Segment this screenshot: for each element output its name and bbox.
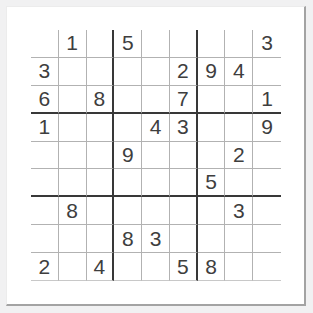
cell-r9c7[interactable]: 8 [198, 253, 226, 281]
cell-r4c4[interactable] [114, 114, 142, 142]
cell-r9c6[interactable]: 5 [170, 253, 198, 281]
cell-r3c6[interactable]: 7 [170, 86, 198, 114]
cell-r5c3[interactable] [87, 142, 115, 170]
cell-r3c9[interactable]: 1 [253, 86, 281, 114]
cell-r9c1[interactable]: 2 [31, 253, 59, 281]
cell-r3c7[interactable] [198, 86, 226, 114]
cell-r2c4[interactable] [114, 58, 142, 86]
cell-r2c2[interactable] [59, 58, 87, 86]
cell-r6c8[interactable] [225, 169, 253, 197]
cell-r7c8[interactable]: 3 [225, 197, 253, 225]
cell-r6c1[interactable] [31, 169, 59, 197]
cell-r7c7[interactable] [198, 197, 226, 225]
cell-r4c3[interactable] [87, 114, 115, 142]
cell-r2c3[interactable] [87, 58, 115, 86]
cell-r1c5[interactable] [142, 30, 170, 58]
cell-r4c7[interactable] [198, 114, 226, 142]
cell-r2c8[interactable]: 4 [225, 58, 253, 86]
cell-r7c1[interactable] [31, 197, 59, 225]
cell-r5c1[interactable] [31, 142, 59, 170]
cell-r5c7[interactable] [198, 142, 226, 170]
cell-r6c6[interactable] [170, 169, 198, 197]
cell-r1c9[interactable]: 3 [253, 30, 281, 58]
cell-r3c5[interactable] [142, 86, 170, 114]
cell-r1c2[interactable]: 1 [59, 30, 87, 58]
cell-r7c9[interactable] [253, 197, 281, 225]
cell-r3c8[interactable] [225, 86, 253, 114]
cell-r1c1[interactable] [31, 30, 59, 58]
cell-r9c3[interactable]: 4 [87, 253, 115, 281]
cell-r8c4[interactable]: 8 [114, 225, 142, 253]
cell-r5c9[interactable] [253, 142, 281, 170]
cell-r3c4[interactable] [114, 86, 142, 114]
cell-r1c6[interactable] [170, 30, 198, 58]
cell-r3c3[interactable]: 8 [87, 86, 115, 114]
cell-r9c4[interactable] [114, 253, 142, 281]
cell-r5c2[interactable] [59, 142, 87, 170]
cell-r8c2[interactable] [59, 225, 87, 253]
cell-r5c5[interactable] [142, 142, 170, 170]
cell-r7c4[interactable] [114, 197, 142, 225]
cell-r3c1[interactable]: 6 [31, 86, 59, 114]
cell-r4c2[interactable] [59, 114, 87, 142]
cell-r4c1[interactable]: 1 [31, 114, 59, 142]
cell-r6c3[interactable] [87, 169, 115, 197]
cell-r6c2[interactable] [59, 169, 87, 197]
cell-r4c5[interactable]: 4 [142, 114, 170, 142]
cell-r9c5[interactable] [142, 253, 170, 281]
cell-r8c5[interactable]: 3 [142, 225, 170, 253]
cell-r8c9[interactable] [253, 225, 281, 253]
cell-r1c8[interactable] [225, 30, 253, 58]
cell-r3c2[interactable] [59, 86, 87, 114]
cell-r9c2[interactable] [59, 253, 87, 281]
cell-r7c2[interactable]: 8 [59, 197, 87, 225]
cell-r4c8[interactable] [225, 114, 253, 142]
cell-r8c6[interactable] [170, 225, 198, 253]
cell-r2c9[interactable] [253, 58, 281, 86]
cell-r7c3[interactable] [87, 197, 115, 225]
cell-r8c7[interactable] [198, 225, 226, 253]
cell-r4c9[interactable]: 9 [253, 114, 281, 142]
cell-r8c8[interactable] [225, 225, 253, 253]
cell-r6c7[interactable]: 5 [198, 169, 226, 197]
cell-r6c4[interactable] [114, 169, 142, 197]
cell-r6c9[interactable] [253, 169, 281, 197]
cell-r7c5[interactable] [142, 197, 170, 225]
cell-r7c6[interactable] [170, 197, 198, 225]
cell-r5c4[interactable]: 9 [114, 142, 142, 170]
cell-r6c5[interactable] [142, 169, 170, 197]
cell-r8c3[interactable] [87, 225, 115, 253]
cell-r1c7[interactable] [198, 30, 226, 58]
cell-r2c1[interactable]: 3 [31, 58, 59, 86]
cell-r5c6[interactable] [170, 142, 198, 170]
cell-r4c6[interactable]: 3 [170, 114, 198, 142]
cell-r9c8[interactable] [225, 253, 253, 281]
cell-r5c8[interactable]: 2 [225, 142, 253, 170]
cell-r2c6[interactable]: 2 [170, 58, 198, 86]
cell-r1c4[interactable]: 5 [114, 30, 142, 58]
cell-r9c9[interactable] [253, 253, 281, 281]
cell-r2c7[interactable]: 9 [198, 58, 226, 86]
sudoku-board: 15332946871143992583832458 [31, 30, 281, 281]
cell-r8c1[interactable] [31, 225, 59, 253]
page-background: 15332946871143992583832458 [0, 0, 313, 313]
cell-r2c5[interactable] [142, 58, 170, 86]
cell-r1c3[interactable] [87, 30, 115, 58]
